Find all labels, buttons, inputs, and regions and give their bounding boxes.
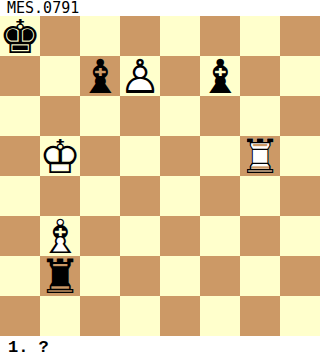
square-d3[interactable] (120, 216, 160, 256)
square-e7[interactable] (160, 56, 200, 96)
square-h7[interactable] (280, 56, 320, 96)
square-h8[interactable] (280, 16, 320, 56)
square-b1[interactable] (40, 296, 80, 336)
square-a8[interactable]: ♚ (0, 16, 40, 56)
square-c2[interactable] (80, 256, 120, 296)
square-g3[interactable] (240, 216, 280, 256)
square-d5[interactable] (120, 136, 160, 176)
square-e2[interactable] (160, 256, 200, 296)
square-f7[interactable]: ♝ (200, 56, 240, 96)
square-a4[interactable] (0, 176, 40, 216)
square-e3[interactable] (160, 216, 200, 256)
square-g4[interactable] (240, 176, 280, 216)
square-g5[interactable]: ♜♖ (240, 136, 280, 176)
square-h2[interactable] (280, 256, 320, 296)
black-king: ♚ (0, 16, 40, 56)
square-f5[interactable] (200, 136, 240, 176)
puzzle-title: MES.0791 (0, 0, 320, 16)
square-b8[interactable] (40, 16, 80, 56)
chess-puzzle-window: MES.0791 ♚♝♟♙♝♚♔♜♖♝♗♜ 1. ? (0, 0, 320, 360)
black-king-icon: ♚ (0, 16, 40, 56)
move-prompt: 1. ? (0, 336, 320, 360)
square-d2[interactable] (120, 256, 160, 296)
square-e1[interactable] (160, 296, 200, 336)
square-e6[interactable] (160, 96, 200, 136)
square-h4[interactable] (280, 176, 320, 216)
chess-board: ♚♝♟♙♝♚♔♜♖♝♗♜ (0, 16, 320, 336)
square-h1[interactable] (280, 296, 320, 336)
black-bishop-icon: ♝ (200, 56, 240, 96)
white-king: ♚♔ (40, 136, 80, 176)
square-a5[interactable] (0, 136, 40, 176)
square-f3[interactable] (200, 216, 240, 256)
white-pawn-icon: ♙ (120, 56, 160, 96)
square-b5[interactable]: ♚♔ (40, 136, 80, 176)
square-a1[interactable] (0, 296, 40, 336)
square-f6[interactable] (200, 96, 240, 136)
black-rook-icon: ♜ (40, 256, 80, 296)
white-king-icon: ♔ (40, 136, 80, 176)
square-c1[interactable] (80, 296, 120, 336)
square-c5[interactable] (80, 136, 120, 176)
square-g8[interactable] (240, 16, 280, 56)
square-g2[interactable] (240, 256, 280, 296)
square-d7[interactable]: ♟♙ (120, 56, 160, 96)
square-h5[interactable] (280, 136, 320, 176)
square-d6[interactable] (120, 96, 160, 136)
square-f4[interactable] (200, 176, 240, 216)
square-c3[interactable] (80, 216, 120, 256)
square-a7[interactable] (0, 56, 40, 96)
square-e4[interactable] (160, 176, 200, 216)
square-b7[interactable] (40, 56, 80, 96)
square-d4[interactable] (120, 176, 160, 216)
square-d1[interactable] (120, 296, 160, 336)
square-b2[interactable]: ♜ (40, 256, 80, 296)
square-a2[interactable] (0, 256, 40, 296)
square-c4[interactable] (80, 176, 120, 216)
square-e8[interactable] (160, 16, 200, 56)
black-bishop: ♝ (80, 56, 120, 96)
black-bishop: ♝ (200, 56, 240, 96)
black-bishop-icon: ♝ (80, 56, 120, 96)
square-c6[interactable] (80, 96, 120, 136)
white-rook-icon: ♖ (240, 136, 280, 176)
square-e5[interactable] (160, 136, 200, 176)
square-g7[interactable] (240, 56, 280, 96)
white-pawn: ♟♙ (120, 56, 160, 96)
square-h3[interactable] (280, 216, 320, 256)
square-a6[interactable] (0, 96, 40, 136)
square-c7[interactable]: ♝ (80, 56, 120, 96)
square-a3[interactable] (0, 216, 40, 256)
square-f1[interactable] (200, 296, 240, 336)
square-h6[interactable] (280, 96, 320, 136)
square-f2[interactable] (200, 256, 240, 296)
square-g1[interactable] (240, 296, 280, 336)
white-rook: ♜♖ (240, 136, 280, 176)
black-rook: ♜ (40, 256, 80, 296)
